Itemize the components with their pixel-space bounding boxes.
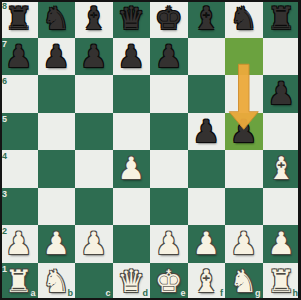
square-h3[interactable] [263, 188, 301, 226]
square-f7[interactable] [188, 38, 226, 76]
square-g2[interactable]: ♟ [225, 225, 263, 263]
square-b6[interactable] [38, 75, 76, 113]
square-a6[interactable]: 6 [0, 75, 38, 113]
chess-app: 8♜♞♝♛♚♝♞♜7♟♟♟♟♟6♟5♟♟4♟♝32♟♟♟♟♟♟♟1a♜b♞cd♛… [0, 0, 300, 300]
square-c5[interactable] [75, 113, 113, 151]
square-f6[interactable] [188, 75, 226, 113]
black-knight-icon[interactable]: ♞ [225, 0, 263, 38]
square-g4[interactable] [225, 150, 263, 188]
square-a7[interactable]: 7♟ [0, 38, 38, 76]
file-label-b: b [68, 289, 74, 298]
square-f5[interactable]: ♟ [188, 113, 226, 151]
square-h4[interactable]: ♝ [263, 150, 301, 188]
rank-label-8: 8 [2, 2, 7, 11]
square-e2[interactable]: ♟ [150, 225, 188, 263]
square-c3[interactable] [75, 188, 113, 226]
square-d1[interactable]: d♛ [113, 263, 151, 300]
rank-label-1: 1 [2, 265, 7, 274]
square-e5[interactable] [150, 113, 188, 151]
square-b8[interactable]: ♞ [38, 0, 76, 38]
black-pawn-icon[interactable]: ♟ [38, 38, 76, 76]
rank-label-7: 7 [2, 40, 7, 49]
square-b2[interactable]: ♟ [38, 225, 76, 263]
square-f4[interactable] [188, 150, 226, 188]
square-h1[interactable]: h♜ [263, 263, 301, 300]
square-h2[interactable]: ♟ [263, 225, 301, 263]
file-label-h: h [293, 289, 299, 298]
square-g1[interactable]: g♞ [225, 263, 263, 300]
square-g5[interactable]: ♟ [225, 113, 263, 151]
file-label-c: c [105, 289, 110, 298]
rank-label-4: 4 [2, 152, 7, 161]
square-f3[interactable] [188, 188, 226, 226]
white-pawn-icon[interactable]: ♟ [113, 150, 151, 188]
square-e1[interactable]: e♚ [150, 263, 188, 300]
square-a5[interactable]: 5 [0, 113, 38, 151]
square-g7[interactable] [225, 38, 263, 76]
rank-label-3: 3 [2, 190, 7, 199]
square-g3[interactable] [225, 188, 263, 226]
square-d4[interactable]: ♟ [113, 150, 151, 188]
square-h6[interactable]: ♟ [263, 75, 301, 113]
square-b5[interactable] [38, 113, 76, 151]
square-d3[interactable] [113, 188, 151, 226]
square-b7[interactable]: ♟ [38, 38, 76, 76]
square-f8[interactable]: ♝ [188, 0, 226, 38]
white-pawn-icon[interactable]: ♟ [150, 225, 188, 263]
white-pawn-icon[interactable]: ♟ [263, 225, 301, 263]
white-pawn-icon[interactable]: ♟ [38, 225, 76, 263]
square-h8[interactable]: ♜ [263, 0, 301, 38]
white-pawn-icon[interactable]: ♟ [188, 225, 226, 263]
square-c1[interactable]: c [75, 263, 113, 300]
black-pawn-icon[interactable]: ♟ [113, 38, 151, 76]
square-c4[interactable] [75, 150, 113, 188]
black-king-icon[interactable]: ♚ [150, 0, 188, 38]
square-d6[interactable] [113, 75, 151, 113]
square-g8[interactable]: ♞ [225, 0, 263, 38]
square-a2[interactable]: 2♟ [0, 225, 38, 263]
rank-label-6: 6 [2, 77, 7, 86]
square-d2[interactable] [113, 225, 151, 263]
file-label-a: a [30, 289, 35, 298]
file-label-g: g [255, 289, 261, 298]
square-c7[interactable]: ♟ [75, 38, 113, 76]
white-bishop-icon[interactable]: ♝ [263, 150, 301, 188]
black-queen-icon[interactable]: ♛ [113, 0, 151, 38]
square-b3[interactable] [38, 188, 76, 226]
square-a1[interactable]: 1a♜ [0, 263, 38, 300]
square-e7[interactable]: ♟ [150, 38, 188, 76]
square-b4[interactable] [38, 150, 76, 188]
black-pawn-icon[interactable]: ♟ [188, 113, 226, 151]
black-rook-icon[interactable]: ♜ [263, 0, 301, 38]
square-d7[interactable]: ♟ [113, 38, 151, 76]
file-label-f: f [220, 289, 223, 298]
black-bishop-icon[interactable]: ♝ [188, 0, 226, 38]
rank-label-5: 5 [2, 115, 7, 124]
chess-board: 8♜♞♝♛♚♝♞♜7♟♟♟♟♟6♟5♟♟4♟♝32♟♟♟♟♟♟♟1a♜b♞cd♛… [0, 0, 300, 300]
rank-label-2: 2 [2, 227, 7, 236]
white-pawn-icon[interactable]: ♟ [75, 225, 113, 263]
square-c8[interactable]: ♝ [75, 0, 113, 38]
file-label-d: d [143, 289, 149, 298]
black-pawn-icon[interactable]: ♟ [75, 38, 113, 76]
square-c2[interactable]: ♟ [75, 225, 113, 263]
square-a8[interactable]: 8♜ [0, 0, 38, 38]
square-a3[interactable]: 3 [0, 188, 38, 226]
black-pawn-icon[interactable]: ♟ [225, 113, 263, 151]
square-b1[interactable]: b♞ [38, 263, 76, 300]
black-pawn-icon[interactable]: ♟ [263, 75, 301, 113]
square-h7[interactable] [263, 38, 301, 76]
square-e8[interactable]: ♚ [150, 0, 188, 38]
square-d5[interactable] [113, 113, 151, 151]
square-e3[interactable] [150, 188, 188, 226]
square-f1[interactable]: f♝ [188, 263, 226, 300]
square-e6[interactable] [150, 75, 188, 113]
black-knight-icon[interactable]: ♞ [38, 0, 76, 38]
square-c6[interactable] [75, 75, 113, 113]
square-e4[interactable] [150, 150, 188, 188]
square-d8[interactable]: ♛ [113, 0, 151, 38]
square-f2[interactable]: ♟ [188, 225, 226, 263]
square-a4[interactable]: 4 [0, 150, 38, 188]
file-label-e: e [180, 289, 185, 298]
black-pawn-icon[interactable]: ♟ [150, 38, 188, 76]
black-bishop-icon[interactable]: ♝ [75, 0, 113, 38]
white-pawn-icon[interactable]: ♟ [225, 225, 263, 263]
square-g6[interactable] [225, 75, 263, 113]
square-h5[interactable] [263, 113, 301, 151]
